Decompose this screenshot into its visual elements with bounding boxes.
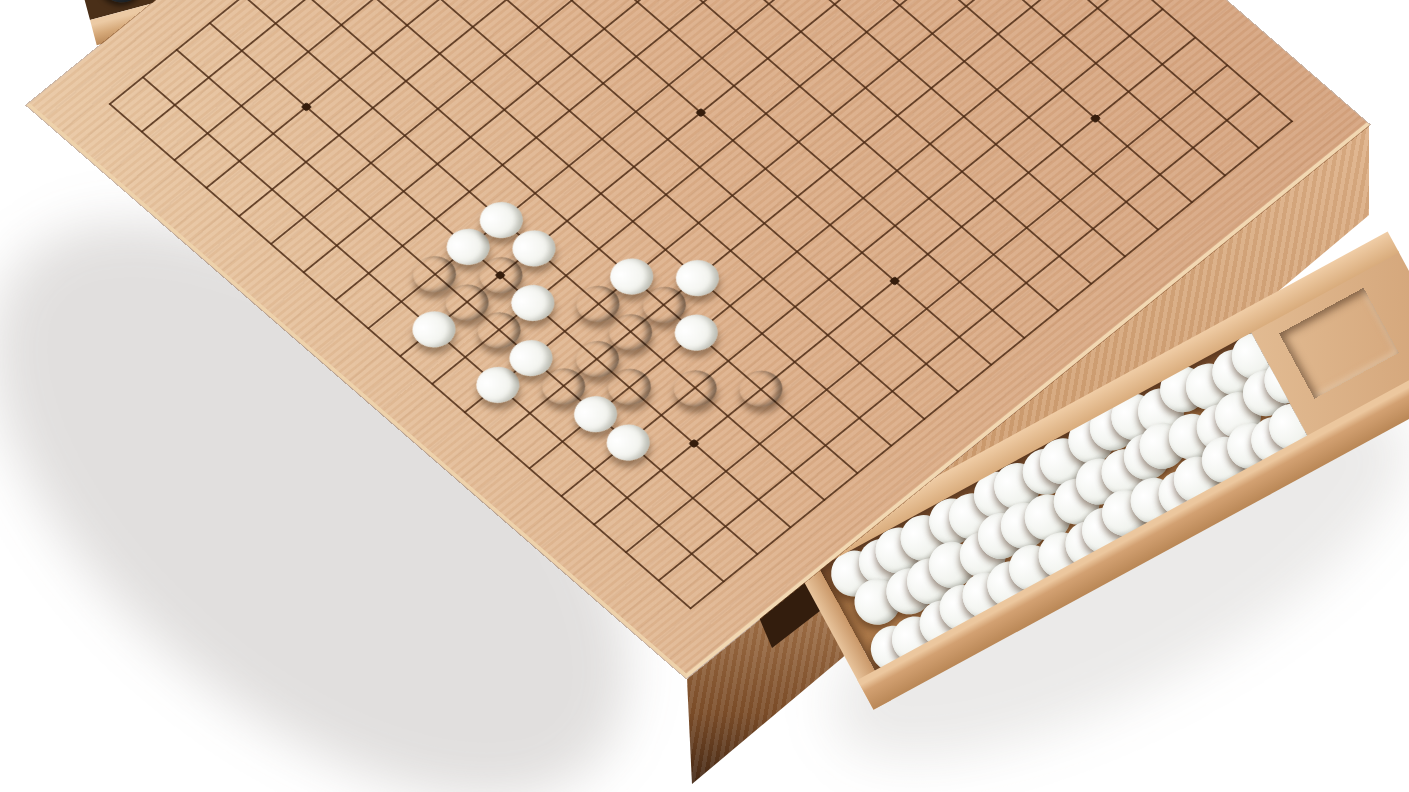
grid-line-col bbox=[309, 0, 893, 447]
grid-line-row bbox=[367, 0, 971, 329]
product-photo-scene bbox=[0, 0, 1409, 792]
grid-line-row bbox=[108, 0, 712, 105]
grid-line-col bbox=[676, 0, 1260, 150]
grid-line-row bbox=[399, 0, 1003, 357]
grid-line-col bbox=[476, 0, 1060, 312]
grid-line-row bbox=[496, 0, 1100, 441]
